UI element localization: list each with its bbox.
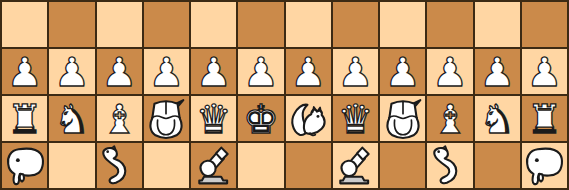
white-pawn-piece[interactable]: ♟ (432, 52, 468, 92)
white-queen-piece[interactable]: ♛ (337, 99, 373, 139)
white-pawn-piece[interactable]: ♟ (196, 52, 232, 92)
square-r4-c12[interactable] (522, 143, 567, 188)
square-r2-c9[interactable]: ♟ (380, 49, 425, 94)
square-r1-c1[interactable] (2, 2, 47, 47)
square-r1-c5[interactable] (191, 2, 236, 47)
white-knight-piece[interactable]: ♞ (479, 99, 515, 139)
square-r3-c4[interactable] (144, 96, 189, 141)
square-r4-c8[interactable] (333, 143, 378, 188)
board: ♟♟♟♟♟♟♟♟♟♟♟♟♜♞♝♛♚♛♝♞♜ (0, 0, 569, 190)
square-r2-c3[interactable]: ♟ (97, 49, 142, 94)
square-r4-c6[interactable] (238, 143, 283, 188)
square-r2-c5[interactable]: ♟ (191, 49, 236, 94)
square-r1-c10[interactable] (427, 2, 472, 47)
square-r2-c11[interactable]: ♟ (475, 49, 520, 94)
square-r2-c2[interactable]: ♟ (49, 49, 94, 94)
square-r3-c11[interactable]: ♞ (475, 96, 520, 141)
square-r4-c5[interactable] (191, 143, 236, 188)
white-elephant-piece[interactable] (4, 145, 46, 187)
white-cannon-piece[interactable] (334, 145, 376, 187)
square-r1-c11[interactable] (475, 2, 520, 47)
square-r4-c11[interactable] (475, 143, 520, 188)
white-knight-piece[interactable]: ♞ (54, 99, 90, 139)
white-cannon-piece[interactable] (193, 145, 235, 187)
square-r4-c4[interactable] (144, 143, 189, 188)
square-r3-c10[interactable]: ♝ (427, 96, 472, 141)
square-r2-c10[interactable]: ♟ (427, 49, 472, 94)
white-serpent-piece[interactable] (429, 145, 471, 187)
square-r3-c7[interactable] (286, 96, 331, 141)
white-elephant-piece[interactable] (523, 145, 565, 187)
white-rook-piece[interactable]: ♜ (526, 99, 562, 139)
square-r2-c12[interactable]: ♟ (522, 49, 567, 94)
square-r2-c7[interactable]: ♟ (286, 49, 331, 94)
square-r2-c4[interactable]: ♟ (144, 49, 189, 94)
square-r1-c6[interactable] (238, 2, 283, 47)
white-queen-piece[interactable]: ♛ (196, 99, 232, 139)
square-r4-c9[interactable] (380, 143, 425, 188)
white-bishop-piece[interactable]: ♝ (101, 99, 137, 139)
square-r3-c3[interactable]: ♝ (97, 96, 142, 141)
square-r4-c7[interactable] (286, 143, 331, 188)
square-r1-c4[interactable] (144, 2, 189, 47)
square-r3-c1[interactable]: ♜ (2, 96, 47, 141)
white-squirrel-piece[interactable] (287, 98, 329, 140)
white-pawn-piece[interactable]: ♟ (337, 52, 373, 92)
square-r4-c3[interactable] (97, 143, 142, 188)
white-pawn-piece[interactable]: ♟ (54, 52, 90, 92)
white-pawn-piece[interactable]: ♟ (243, 52, 279, 92)
white-pawn-piece[interactable]: ♟ (148, 52, 184, 92)
square-r1-c8[interactable] (333, 2, 378, 47)
square-r3-c5[interactable]: ♛ (191, 96, 236, 141)
square-r1-c2[interactable] (49, 2, 94, 47)
white-serpent-piece[interactable] (98, 145, 140, 187)
square-r2-c6[interactable]: ♟ (238, 49, 283, 94)
square-r1-c12[interactable] (522, 2, 567, 47)
square-r3-c6[interactable]: ♚ (238, 96, 283, 141)
square-r3-c8[interactable]: ♛ (333, 96, 378, 141)
white-pawn-piece[interactable]: ♟ (101, 52, 137, 92)
square-r2-c8[interactable]: ♟ (333, 49, 378, 94)
square-r1-c9[interactable] (380, 2, 425, 47)
square-r4-c1[interactable] (2, 143, 47, 188)
white-guard-piece[interactable] (145, 98, 187, 140)
white-pawn-piece[interactable]: ♟ (7, 52, 43, 92)
square-r1-c3[interactable] (97, 2, 142, 47)
white-bishop-piece[interactable]: ♝ (432, 99, 468, 139)
square-r1-c7[interactable] (286, 2, 331, 47)
white-pawn-piece[interactable]: ♟ (526, 52, 562, 92)
square-r4-c2[interactable] (49, 143, 94, 188)
square-r3-c12[interactable]: ♜ (522, 96, 567, 141)
square-r2-c1[interactable]: ♟ (2, 49, 47, 94)
white-rook-piece[interactable]: ♜ (7, 99, 43, 139)
white-king-piece[interactable]: ♚ (243, 99, 279, 139)
white-pawn-piece[interactable]: ♟ (290, 52, 326, 92)
square-r3-c9[interactable] (380, 96, 425, 141)
square-r3-c2[interactable]: ♞ (49, 96, 94, 141)
white-pawn-piece[interactable]: ♟ (385, 52, 421, 92)
white-pawn-piece[interactable]: ♟ (479, 52, 515, 92)
square-r4-c10[interactable] (427, 143, 472, 188)
white-guard-piece[interactable] (382, 98, 424, 140)
